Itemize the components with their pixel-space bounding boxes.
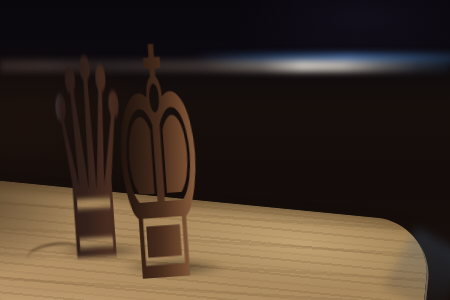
- photo-scene: ♛ ♚: [0, 0, 450, 300]
- black-king-piece: ♚: [95, 3, 223, 300]
